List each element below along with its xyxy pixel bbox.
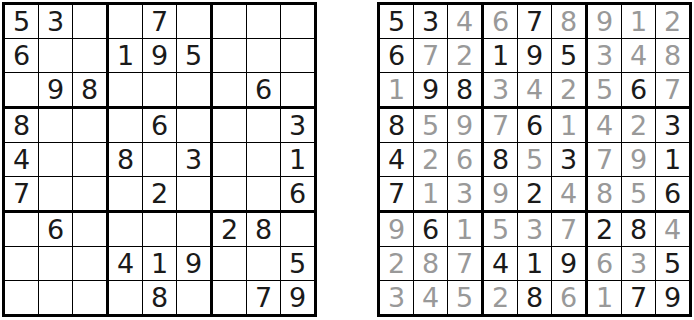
cell-r4c8: 2	[622, 109, 655, 142]
cell-r5c8	[247, 143, 280, 176]
cell-r2c8: 4	[622, 39, 655, 72]
cell-r5c6: 3	[177, 143, 210, 176]
cell-r3c9	[281, 73, 314, 106]
cell-r8c1	[5, 247, 38, 280]
box-3-2: 4198	[109, 213, 210, 314]
box-1-3: 6	[213, 5, 314, 106]
cell-r9c4: 2	[484, 281, 517, 314]
cell-r7c2: 6	[39, 213, 72, 246]
cell-r9c9: 9	[656, 281, 689, 314]
cell-r8c1: 2	[380, 247, 413, 280]
cell-r6c8	[247, 177, 280, 210]
cell-r9c3	[73, 281, 106, 314]
cell-r7c1: 9	[380, 213, 413, 246]
cell-r7c6	[177, 213, 210, 246]
cell-r2c1: 6	[5, 39, 38, 72]
cell-r4c8	[247, 109, 280, 142]
cell-r9c2	[39, 281, 72, 314]
cell-r5c2: 2	[414, 143, 447, 176]
cell-r5c2	[39, 143, 72, 176]
cell-r8c3	[73, 247, 106, 280]
box-3-2: 537419286	[484, 213, 585, 314]
cell-r2c5: 9	[143, 39, 176, 72]
box-2-2: 761853924	[484, 109, 585, 210]
cell-r1c5: 7	[518, 5, 551, 38]
cell-r8c2	[39, 247, 72, 280]
cell-r2c7	[213, 39, 246, 72]
cell-r5c4: 8	[484, 143, 517, 176]
cell-r4c2: 5	[414, 109, 447, 142]
cell-r5c1: 4	[5, 143, 38, 176]
cell-r3c6	[177, 73, 210, 106]
cell-r8c6: 9	[552, 247, 585, 280]
cell-r2c3	[73, 39, 106, 72]
cell-r9c8: 7	[622, 281, 655, 314]
box-3-1: 961287345	[380, 213, 481, 314]
cell-r1c8: 1	[622, 5, 655, 38]
cell-r4c9: 3	[656, 109, 689, 142]
cell-r1c7: 9	[588, 5, 621, 38]
cell-r2c1: 6	[380, 39, 413, 72]
cell-r9c1	[5, 281, 38, 314]
cell-r3c1	[5, 73, 38, 106]
cell-r6c4	[109, 177, 142, 210]
cell-r6c2	[39, 177, 72, 210]
cell-r4c3	[73, 109, 106, 142]
cell-r2c4: 1	[109, 39, 142, 72]
cell-r8c5: 1	[518, 247, 551, 280]
cell-r3c5: 4	[518, 73, 551, 106]
cell-r5c9: 1	[656, 143, 689, 176]
cell-r9c3: 5	[448, 281, 481, 314]
cell-r3c6: 2	[552, 73, 585, 106]
cell-r8c4: 4	[109, 247, 142, 280]
cell-r1c4	[109, 5, 142, 38]
cell-r4c5: 6	[143, 109, 176, 142]
cell-r9c7	[213, 281, 246, 314]
box-1-3: 912348567	[588, 5, 689, 106]
cell-r7c5: 3	[518, 213, 551, 246]
cell-r6c7: 8	[588, 177, 621, 210]
cell-r7c3	[73, 213, 106, 246]
cell-r9c4	[109, 281, 142, 314]
cell-r8c6: 9	[177, 247, 210, 280]
cell-r4c3: 9	[448, 109, 481, 142]
cell-r1c1: 5	[5, 5, 38, 38]
cell-r5c8: 9	[622, 143, 655, 176]
cell-r5c4: 8	[109, 143, 142, 176]
cell-r4c4	[109, 109, 142, 142]
cell-r6c8: 5	[622, 177, 655, 210]
box-2-1: 859426713	[380, 109, 481, 210]
cell-r7c2: 6	[414, 213, 447, 246]
cell-r1c2: 3	[39, 5, 72, 38]
cell-r7c3: 1	[448, 213, 481, 246]
sudoku-diagram: 536987195684768323166419828579 534672198…	[0, 0, 694, 320]
cell-r1c2: 3	[414, 5, 447, 38]
cell-r6c1: 7	[5, 177, 38, 210]
cell-r2c2: 7	[414, 39, 447, 72]
cell-r7c8: 8	[247, 213, 280, 246]
cell-r6c9: 6	[656, 177, 689, 210]
cell-r3c4: 3	[484, 73, 517, 106]
cell-r5c3	[73, 143, 106, 176]
box-3-3: 284635179	[588, 213, 689, 314]
cell-r2c7: 3	[588, 39, 621, 72]
cell-r7c1	[5, 213, 38, 246]
cell-r9c1: 3	[380, 281, 413, 314]
cell-r1c6	[177, 5, 210, 38]
cell-r8c2: 8	[414, 247, 447, 280]
cell-r3c1: 1	[380, 73, 413, 106]
cell-r3c4	[109, 73, 142, 106]
cell-r7c4: 5	[484, 213, 517, 246]
cell-r8c4: 4	[484, 247, 517, 280]
cell-r1c3: 4	[448, 5, 481, 38]
box-2-3: 423791856	[588, 109, 689, 210]
cell-r7c5	[143, 213, 176, 246]
cell-r6c3: 3	[448, 177, 481, 210]
box-1-1: 53698	[5, 5, 106, 106]
cell-r2c3: 2	[448, 39, 481, 72]
cell-r8c8	[247, 247, 280, 280]
cell-r4c6: 1	[552, 109, 585, 142]
cell-r9c6: 6	[552, 281, 585, 314]
cell-r2c4: 1	[484, 39, 517, 72]
cell-r6c4: 9	[484, 177, 517, 210]
cell-r2c5: 9	[518, 39, 551, 72]
cell-r5c7	[213, 143, 246, 176]
cell-r1c7	[213, 5, 246, 38]
cell-r3c9: 7	[656, 73, 689, 106]
cell-r8c7	[213, 247, 246, 280]
cell-r2c8	[247, 39, 280, 72]
cell-r6c5: 2	[518, 177, 551, 210]
cell-r6c7	[213, 177, 246, 210]
cell-r3c8: 6	[247, 73, 280, 106]
cell-r6c2: 1	[414, 177, 447, 210]
cell-r4c4: 7	[484, 109, 517, 142]
cell-r3c7: 5	[588, 73, 621, 106]
box-1-1: 534672198	[380, 5, 481, 106]
cell-r2c9	[281, 39, 314, 72]
cell-r4c7: 4	[588, 109, 621, 142]
cell-r6c6	[177, 177, 210, 210]
cell-r7c4	[109, 213, 142, 246]
cell-r8c7: 6	[588, 247, 621, 280]
cell-r7c7: 2	[588, 213, 621, 246]
cell-r7c7: 2	[213, 213, 246, 246]
cell-r5c1: 4	[380, 143, 413, 176]
cell-r1c4: 6	[484, 5, 517, 38]
cell-r9c5: 8	[518, 281, 551, 314]
cell-r1c9: 2	[656, 5, 689, 38]
cell-r8c9: 5	[281, 247, 314, 280]
cell-r4c1: 8	[5, 109, 38, 142]
cell-r9c9: 9	[281, 281, 314, 314]
cell-r6c5: 2	[143, 177, 176, 210]
box-1-2: 678195342	[484, 5, 585, 106]
cell-r2c9: 8	[656, 39, 689, 72]
puzzle-board: 536987195684768323166419828579	[2, 2, 317, 317]
cell-r9c6	[177, 281, 210, 314]
cell-r1c9	[281, 5, 314, 38]
cell-r6c6: 4	[552, 177, 585, 210]
box-3-1: 6	[5, 213, 106, 314]
cell-r9c2: 4	[414, 281, 447, 314]
cell-r9c7: 1	[588, 281, 621, 314]
cell-r7c9: 4	[656, 213, 689, 246]
cell-r3c2: 9	[414, 73, 447, 106]
cell-r7c8: 8	[622, 213, 655, 246]
cell-r9c5: 8	[143, 281, 176, 314]
cell-r1c6: 8	[552, 5, 585, 38]
cell-r8c8: 3	[622, 247, 655, 280]
box-1-2: 7195	[109, 5, 210, 106]
cell-r1c5: 7	[143, 5, 176, 38]
cell-r3c5	[143, 73, 176, 106]
box-2-3: 316	[213, 109, 314, 210]
cell-r4c7	[213, 109, 246, 142]
cell-r6c1: 7	[380, 177, 413, 210]
cell-r4c1: 8	[380, 109, 413, 142]
box-2-1: 847	[5, 109, 106, 210]
cell-r1c3	[73, 5, 106, 38]
cell-r5c5: 5	[518, 143, 551, 176]
cell-r4c9: 3	[281, 109, 314, 142]
cell-r5c6: 3	[552, 143, 585, 176]
cell-r6c9: 6	[281, 177, 314, 210]
cell-r8c3: 7	[448, 247, 481, 280]
cell-r3c3: 8	[448, 73, 481, 106]
box-2-2: 6832	[109, 109, 210, 210]
cell-r4c2	[39, 109, 72, 142]
cell-r6c3	[73, 177, 106, 210]
cell-r3c8: 6	[622, 73, 655, 106]
cell-r4c5: 6	[518, 109, 551, 142]
solution-board: 5346721986781953429123485678594267137618…	[377, 2, 692, 317]
cell-r5c3: 6	[448, 143, 481, 176]
cell-r2c6: 5	[177, 39, 210, 72]
cell-r9c8: 7	[247, 281, 280, 314]
cell-r3c3: 8	[73, 73, 106, 106]
cell-r5c9: 1	[281, 143, 314, 176]
cell-r5c5	[143, 143, 176, 176]
cell-r2c6: 5	[552, 39, 585, 72]
cell-r8c9: 5	[656, 247, 689, 280]
cell-r7c6: 7	[552, 213, 585, 246]
box-3-3: 28579	[213, 213, 314, 314]
cell-r8c5: 1	[143, 247, 176, 280]
cell-r2c2	[39, 39, 72, 72]
cell-r4c6	[177, 109, 210, 142]
cell-r3c7	[213, 73, 246, 106]
cell-r5c7: 7	[588, 143, 621, 176]
cell-r7c9	[281, 213, 314, 246]
cell-r1c8	[247, 5, 280, 38]
cell-r3c2: 9	[39, 73, 72, 106]
cell-r1c1: 5	[380, 5, 413, 38]
